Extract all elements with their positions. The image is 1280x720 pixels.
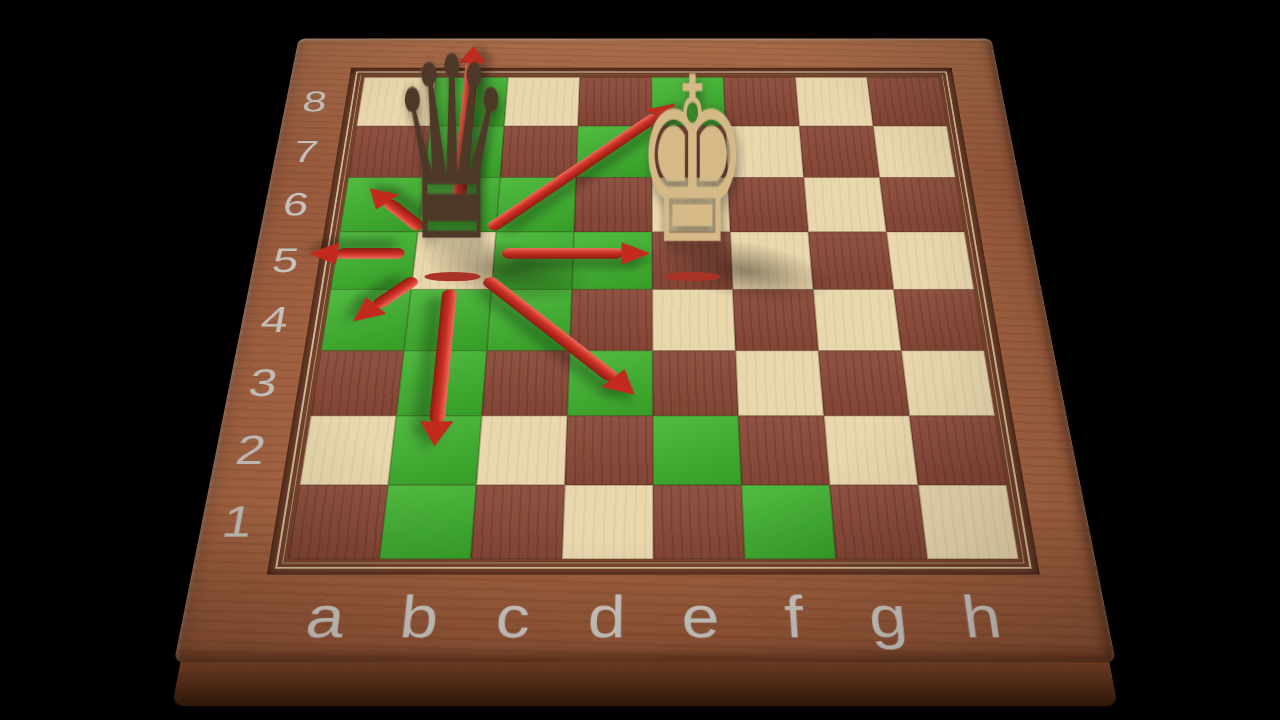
rank-label-6: 6 [263, 177, 327, 231]
chess-board: 87654321 abcdefgh ♛♚ [174, 38, 1116, 662]
rank-label-8: 8 [284, 77, 344, 126]
scene: 87654321 abcdefgh ♛♚ [0, 0, 1280, 720]
rank-label-5: 5 [252, 232, 318, 290]
rank-label-7: 7 [274, 126, 336, 177]
board-side-edge [172, 662, 1118, 707]
